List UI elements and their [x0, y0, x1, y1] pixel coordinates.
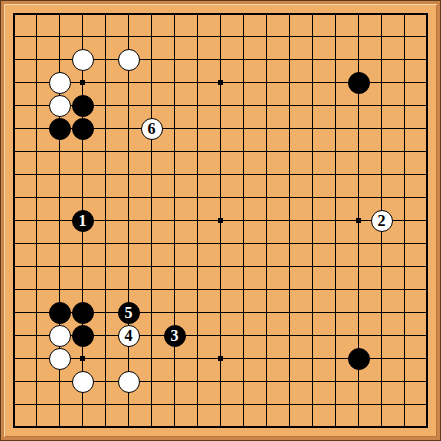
intersection-O9[interactable] [301, 232, 324, 255]
intersection-E17[interactable] [94, 48, 117, 71]
intersection-Q8[interactable] [347, 255, 370, 278]
intersection-H5[interactable]: 3 [163, 324, 186, 347]
intersection-S11[interactable] [393, 186, 416, 209]
intersection-K2[interactable] [209, 393, 232, 416]
intersection-B4[interactable] [25, 347, 48, 370]
intersection-K19[interactable] [209, 2, 232, 25]
intersection-A16[interactable] [2, 71, 25, 94]
intersection-N14[interactable] [278, 117, 301, 140]
intersection-M11[interactable] [255, 186, 278, 209]
intersection-F13[interactable] [117, 140, 140, 163]
intersection-M7[interactable] [255, 278, 278, 301]
intersection-L13[interactable] [232, 140, 255, 163]
intersection-K1[interactable] [209, 416, 232, 439]
intersection-N9[interactable] [278, 232, 301, 255]
intersection-C1[interactable] [48, 416, 71, 439]
intersection-E3[interactable] [94, 370, 117, 393]
intersection-S14[interactable] [393, 117, 416, 140]
white-stone-R10-move-2[interactable]: 2 [371, 210, 393, 232]
intersection-J12[interactable] [186, 163, 209, 186]
intersection-N17[interactable] [278, 48, 301, 71]
intersection-M8[interactable] [255, 255, 278, 278]
intersection-P9[interactable] [324, 232, 347, 255]
intersection-A14[interactable] [2, 117, 25, 140]
intersection-P15[interactable] [324, 94, 347, 117]
intersection-H10[interactable] [163, 209, 186, 232]
black-stone-Q4[interactable] [348, 348, 370, 370]
intersection-J8[interactable] [186, 255, 209, 278]
intersection-O5[interactable] [301, 324, 324, 347]
intersection-E6[interactable] [94, 301, 117, 324]
intersection-D3[interactable] [71, 370, 94, 393]
intersection-A12[interactable] [2, 163, 25, 186]
intersection-K13[interactable] [209, 140, 232, 163]
intersection-F16[interactable] [117, 71, 140, 94]
white-stone-F3[interactable] [118, 371, 140, 393]
intersection-E10[interactable] [94, 209, 117, 232]
intersection-D11[interactable] [71, 186, 94, 209]
intersection-A8[interactable] [2, 255, 25, 278]
black-stone-F6-move-5[interactable]: 5 [118, 302, 140, 324]
intersection-F3[interactable] [117, 370, 140, 393]
intersection-G9[interactable] [140, 232, 163, 255]
intersection-K15[interactable] [209, 94, 232, 117]
intersection-N5[interactable] [278, 324, 301, 347]
intersection-S1[interactable] [393, 416, 416, 439]
intersection-G2[interactable] [140, 393, 163, 416]
intersection-C14[interactable] [48, 117, 71, 140]
intersection-A2[interactable] [2, 393, 25, 416]
intersection-P14[interactable] [324, 117, 347, 140]
intersection-B3[interactable] [25, 370, 48, 393]
intersection-B6[interactable] [25, 301, 48, 324]
intersection-N12[interactable] [278, 163, 301, 186]
intersection-T4[interactable] [416, 347, 439, 370]
intersection-C6[interactable] [48, 301, 71, 324]
intersection-H9[interactable] [163, 232, 186, 255]
intersection-A6[interactable] [2, 301, 25, 324]
intersection-T11[interactable] [416, 186, 439, 209]
intersection-C9[interactable] [48, 232, 71, 255]
intersection-R9[interactable] [370, 232, 393, 255]
intersection-B2[interactable] [25, 393, 48, 416]
intersection-B1[interactable] [25, 416, 48, 439]
intersection-E12[interactable] [94, 163, 117, 186]
intersection-D13[interactable] [71, 140, 94, 163]
intersection-D19[interactable] [71, 2, 94, 25]
intersection-F11[interactable] [117, 186, 140, 209]
intersection-S2[interactable] [393, 393, 416, 416]
intersection-M10[interactable] [255, 209, 278, 232]
intersection-G18[interactable] [140, 25, 163, 48]
intersection-E13[interactable] [94, 140, 117, 163]
intersection-L8[interactable] [232, 255, 255, 278]
intersection-F4[interactable] [117, 347, 140, 370]
intersection-R6[interactable] [370, 301, 393, 324]
intersection-F19[interactable] [117, 2, 140, 25]
intersection-J19[interactable] [186, 2, 209, 25]
intersection-T7[interactable] [416, 278, 439, 301]
intersection-T10[interactable] [416, 209, 439, 232]
intersection-T6[interactable] [416, 301, 439, 324]
white-stone-D3[interactable] [72, 371, 94, 393]
intersection-J1[interactable] [186, 416, 209, 439]
intersection-C19[interactable] [48, 2, 71, 25]
intersection-H11[interactable] [163, 186, 186, 209]
intersection-Q16[interactable] [347, 71, 370, 94]
intersection-C12[interactable] [48, 163, 71, 186]
white-stone-D17[interactable] [72, 49, 94, 71]
intersection-R4[interactable] [370, 347, 393, 370]
intersection-O3[interactable] [301, 370, 324, 393]
intersection-H13[interactable] [163, 140, 186, 163]
intersection-C2[interactable] [48, 393, 71, 416]
intersection-A3[interactable] [2, 370, 25, 393]
intersection-F8[interactable] [117, 255, 140, 278]
intersection-R17[interactable] [370, 48, 393, 71]
intersection-C3[interactable] [48, 370, 71, 393]
intersection-E18[interactable] [94, 25, 117, 48]
intersection-R14[interactable] [370, 117, 393, 140]
intersection-P5[interactable] [324, 324, 347, 347]
intersection-Q10[interactable] [347, 209, 370, 232]
intersection-B12[interactable] [25, 163, 48, 186]
intersection-M6[interactable] [255, 301, 278, 324]
intersection-J4[interactable] [186, 347, 209, 370]
intersection-O14[interactable] [301, 117, 324, 140]
intersection-S4[interactable] [393, 347, 416, 370]
intersection-G6[interactable] [140, 301, 163, 324]
intersection-O17[interactable] [301, 48, 324, 71]
black-stone-C14[interactable] [49, 118, 71, 140]
intersection-D10[interactable]: 1 [71, 209, 94, 232]
intersection-K5[interactable] [209, 324, 232, 347]
intersection-G12[interactable] [140, 163, 163, 186]
intersection-D7[interactable] [71, 278, 94, 301]
intersection-K3[interactable] [209, 370, 232, 393]
intersection-M14[interactable] [255, 117, 278, 140]
intersection-G19[interactable] [140, 2, 163, 25]
intersection-F2[interactable] [117, 393, 140, 416]
intersection-R19[interactable] [370, 2, 393, 25]
intersection-K8[interactable] [209, 255, 232, 278]
intersection-G16[interactable] [140, 71, 163, 94]
intersection-J18[interactable] [186, 25, 209, 48]
intersection-R13[interactable] [370, 140, 393, 163]
intersection-J2[interactable] [186, 393, 209, 416]
intersection-L7[interactable] [232, 278, 255, 301]
white-stone-C16[interactable] [49, 72, 71, 94]
intersection-F18[interactable] [117, 25, 140, 48]
intersection-Q2[interactable] [347, 393, 370, 416]
intersection-H18[interactable] [163, 25, 186, 48]
intersection-B18[interactable] [25, 25, 48, 48]
intersection-F1[interactable] [117, 416, 140, 439]
intersection-J15[interactable] [186, 94, 209, 117]
intersection-E2[interactable] [94, 393, 117, 416]
intersection-T18[interactable] [416, 25, 439, 48]
intersection-N10[interactable] [278, 209, 301, 232]
intersection-T3[interactable] [416, 370, 439, 393]
intersection-A10[interactable] [2, 209, 25, 232]
black-stone-D10-move-1[interactable]: 1 [72, 210, 94, 232]
intersection-R16[interactable] [370, 71, 393, 94]
white-stone-C5[interactable] [49, 325, 71, 347]
intersection-O7[interactable] [301, 278, 324, 301]
intersection-T16[interactable] [416, 71, 439, 94]
intersection-R11[interactable] [370, 186, 393, 209]
intersection-T15[interactable] [416, 94, 439, 117]
intersection-P12[interactable] [324, 163, 347, 186]
intersection-O2[interactable] [301, 393, 324, 416]
intersection-P16[interactable] [324, 71, 347, 94]
intersection-K12[interactable] [209, 163, 232, 186]
intersection-D18[interactable] [71, 25, 94, 48]
white-stone-C15[interactable] [49, 95, 71, 117]
intersection-D6[interactable] [71, 301, 94, 324]
intersection-H8[interactable] [163, 255, 186, 278]
intersection-L19[interactable] [232, 2, 255, 25]
intersection-K4[interactable] [209, 347, 232, 370]
intersection-N8[interactable] [278, 255, 301, 278]
intersection-G1[interactable] [140, 416, 163, 439]
intersection-S13[interactable] [393, 140, 416, 163]
intersection-N1[interactable] [278, 416, 301, 439]
intersection-S16[interactable] [393, 71, 416, 94]
intersection-M12[interactable] [255, 163, 278, 186]
intersection-E4[interactable] [94, 347, 117, 370]
intersection-Q18[interactable] [347, 25, 370, 48]
intersection-T8[interactable] [416, 255, 439, 278]
intersection-L16[interactable] [232, 71, 255, 94]
intersection-F9[interactable] [117, 232, 140, 255]
intersection-L17[interactable] [232, 48, 255, 71]
intersection-S6[interactable] [393, 301, 416, 324]
intersection-N3[interactable] [278, 370, 301, 393]
intersection-M19[interactable] [255, 2, 278, 25]
intersection-Q3[interactable] [347, 370, 370, 393]
intersection-L11[interactable] [232, 186, 255, 209]
white-stone-C4[interactable] [49, 348, 71, 370]
intersection-G14[interactable]: 6 [140, 117, 163, 140]
intersection-J5[interactable] [186, 324, 209, 347]
white-stone-G14-move-6[interactable]: 6 [141, 118, 163, 140]
intersection-E1[interactable] [94, 416, 117, 439]
black-stone-D5[interactable] [72, 325, 94, 347]
intersection-D5[interactable] [71, 324, 94, 347]
intersection-B15[interactable] [25, 94, 48, 117]
intersection-C18[interactable] [48, 25, 71, 48]
intersection-H3[interactable] [163, 370, 186, 393]
intersection-A9[interactable] [2, 232, 25, 255]
black-stone-D14[interactable] [72, 118, 94, 140]
intersection-G8[interactable] [140, 255, 163, 278]
intersection-M4[interactable] [255, 347, 278, 370]
intersection-N4[interactable] [278, 347, 301, 370]
intersection-K18[interactable] [209, 25, 232, 48]
intersection-F17[interactable] [117, 48, 140, 71]
intersection-N2[interactable] [278, 393, 301, 416]
intersection-Q7[interactable] [347, 278, 370, 301]
intersection-O4[interactable] [301, 347, 324, 370]
intersection-J17[interactable] [186, 48, 209, 71]
intersection-S5[interactable] [393, 324, 416, 347]
intersection-N15[interactable] [278, 94, 301, 117]
intersection-P13[interactable] [324, 140, 347, 163]
intersection-D16[interactable] [71, 71, 94, 94]
intersection-K10[interactable] [209, 209, 232, 232]
intersection-J10[interactable] [186, 209, 209, 232]
intersection-J11[interactable] [186, 186, 209, 209]
intersection-E16[interactable] [94, 71, 117, 94]
intersection-B8[interactable] [25, 255, 48, 278]
intersection-Q9[interactable] [347, 232, 370, 255]
intersection-T12[interactable] [416, 163, 439, 186]
intersection-N16[interactable] [278, 71, 301, 94]
intersection-A19[interactable] [2, 2, 25, 25]
black-stone-D15[interactable] [72, 95, 94, 117]
intersection-E8[interactable] [94, 255, 117, 278]
intersection-A15[interactable] [2, 94, 25, 117]
intersection-A18[interactable] [2, 25, 25, 48]
intersection-L2[interactable] [232, 393, 255, 416]
intersection-G3[interactable] [140, 370, 163, 393]
intersection-A17[interactable] [2, 48, 25, 71]
intersection-H16[interactable] [163, 71, 186, 94]
intersection-L9[interactable] [232, 232, 255, 255]
black-stone-C6[interactable] [49, 302, 71, 324]
intersection-S10[interactable] [393, 209, 416, 232]
intersection-M5[interactable] [255, 324, 278, 347]
intersection-D4[interactable] [71, 347, 94, 370]
intersection-F6[interactable]: 5 [117, 301, 140, 324]
intersection-L4[interactable] [232, 347, 255, 370]
intersection-G4[interactable] [140, 347, 163, 370]
intersection-P3[interactable] [324, 370, 347, 393]
intersection-L5[interactable] [232, 324, 255, 347]
intersection-J14[interactable] [186, 117, 209, 140]
intersection-F15[interactable] [117, 94, 140, 117]
intersection-K17[interactable] [209, 48, 232, 71]
intersection-B19[interactable] [25, 2, 48, 25]
intersection-P2[interactable] [324, 393, 347, 416]
intersection-Q11[interactable] [347, 186, 370, 209]
intersection-A13[interactable] [2, 140, 25, 163]
intersection-C15[interactable] [48, 94, 71, 117]
black-stone-D6[interactable] [72, 302, 94, 324]
intersection-C5[interactable] [48, 324, 71, 347]
intersection-T2[interactable] [416, 393, 439, 416]
intersection-K9[interactable] [209, 232, 232, 255]
intersection-Q17[interactable] [347, 48, 370, 71]
intersection-O10[interactable] [301, 209, 324, 232]
intersection-Q19[interactable] [347, 2, 370, 25]
intersection-T5[interactable] [416, 324, 439, 347]
intersection-R12[interactable] [370, 163, 393, 186]
intersection-K11[interactable] [209, 186, 232, 209]
intersection-R3[interactable] [370, 370, 393, 393]
intersection-R7[interactable] [370, 278, 393, 301]
intersection-O18[interactable] [301, 25, 324, 48]
intersection-E9[interactable] [94, 232, 117, 255]
intersection-G10[interactable] [140, 209, 163, 232]
intersection-G15[interactable] [140, 94, 163, 117]
intersection-C13[interactable] [48, 140, 71, 163]
intersection-R15[interactable] [370, 94, 393, 117]
intersection-S19[interactable] [393, 2, 416, 25]
intersection-N6[interactable] [278, 301, 301, 324]
intersection-O15[interactable] [301, 94, 324, 117]
intersection-O6[interactable] [301, 301, 324, 324]
intersection-F14[interactable] [117, 117, 140, 140]
intersection-E5[interactable] [94, 324, 117, 347]
intersection-A1[interactable] [2, 416, 25, 439]
intersection-N18[interactable] [278, 25, 301, 48]
intersection-C10[interactable] [48, 209, 71, 232]
intersection-L3[interactable] [232, 370, 255, 393]
intersection-J7[interactable] [186, 278, 209, 301]
intersection-A4[interactable] [2, 347, 25, 370]
intersection-H2[interactable] [163, 393, 186, 416]
intersection-A7[interactable] [2, 278, 25, 301]
intersection-J3[interactable] [186, 370, 209, 393]
intersection-S7[interactable] [393, 278, 416, 301]
intersection-N7[interactable] [278, 278, 301, 301]
intersection-S15[interactable] [393, 94, 416, 117]
intersection-L14[interactable] [232, 117, 255, 140]
intersection-J9[interactable] [186, 232, 209, 255]
intersection-C11[interactable] [48, 186, 71, 209]
intersection-F12[interactable] [117, 163, 140, 186]
intersection-D1[interactable] [71, 416, 94, 439]
intersection-H14[interactable] [163, 117, 186, 140]
intersection-B17[interactable] [25, 48, 48, 71]
intersection-P8[interactable] [324, 255, 347, 278]
intersection-S12[interactable] [393, 163, 416, 186]
intersection-M13[interactable] [255, 140, 278, 163]
intersection-P1[interactable] [324, 416, 347, 439]
intersection-O12[interactable] [301, 163, 324, 186]
intersection-P19[interactable] [324, 2, 347, 25]
intersection-R1[interactable] [370, 416, 393, 439]
intersection-C7[interactable] [48, 278, 71, 301]
white-stone-F17[interactable] [118, 49, 140, 71]
intersection-Q1[interactable] [347, 416, 370, 439]
intersection-H6[interactable] [163, 301, 186, 324]
intersection-N11[interactable] [278, 186, 301, 209]
intersection-E15[interactable] [94, 94, 117, 117]
intersection-T9[interactable] [416, 232, 439, 255]
intersection-R18[interactable] [370, 25, 393, 48]
intersection-H19[interactable] [163, 2, 186, 25]
intersection-D8[interactable] [71, 255, 94, 278]
intersection-J13[interactable] [186, 140, 209, 163]
intersection-B11[interactable] [25, 186, 48, 209]
intersection-M15[interactable] [255, 94, 278, 117]
intersection-Q13[interactable] [347, 140, 370, 163]
intersection-F5[interactable]: 4 [117, 324, 140, 347]
intersection-H12[interactable] [163, 163, 186, 186]
intersection-S9[interactable] [393, 232, 416, 255]
intersection-S18[interactable] [393, 25, 416, 48]
intersection-K6[interactable] [209, 301, 232, 324]
intersection-B9[interactable] [25, 232, 48, 255]
intersection-O16[interactable] [301, 71, 324, 94]
intersection-T14[interactable] [416, 117, 439, 140]
intersection-N13[interactable] [278, 140, 301, 163]
intersection-M17[interactable] [255, 48, 278, 71]
intersection-M1[interactable] [255, 416, 278, 439]
